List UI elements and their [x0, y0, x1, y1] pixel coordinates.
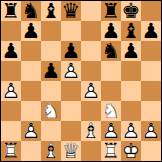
square-g4[interactable] [121, 81, 141, 101]
black-knight-piece: ♞ [21, 1, 41, 21]
square-h1[interactable] [141, 141, 161, 161]
white-pawn-outline: ♙ [1, 81, 21, 101]
square-a8[interactable]: ♜ [1, 1, 21, 21]
white-rook-piece: ♜ [1, 141, 21, 161]
square-g6[interactable]: ♟ [121, 41, 141, 61]
square-b2[interactable]: ♟♙ [21, 121, 41, 141]
black-knight-piece: ♞ [101, 41, 121, 61]
square-g3[interactable] [121, 101, 141, 121]
square-c1[interactable]: ♝♗ [41, 141, 61, 161]
white-pawn-outline: ♙ [101, 121, 121, 141]
square-e1[interactable] [81, 141, 101, 161]
square-h5[interactable] [141, 61, 161, 81]
square-e2[interactable]: ♝♗ [81, 121, 101, 141]
black-bishop-piece: ♝ [121, 21, 141, 41]
square-d6[interactable]: ♟ [61, 41, 81, 61]
square-b1[interactable] [21, 141, 41, 161]
square-f6[interactable]: ♞ [101, 41, 121, 61]
square-b7[interactable]: ♟ [21, 21, 41, 41]
square-h6[interactable] [141, 41, 161, 61]
square-c2[interactable] [41, 121, 61, 141]
white-pawn-outline: ♙ [141, 121, 161, 141]
square-d5[interactable]: ♟♙ [61, 61, 81, 81]
square-d2[interactable] [61, 121, 81, 141]
square-f3[interactable]: ♞♘ [101, 101, 121, 121]
black-rook-piece: ♜ [1, 1, 21, 21]
square-h4[interactable] [141, 81, 161, 101]
square-a1[interactable]: ♜♖ [1, 141, 21, 161]
square-d7[interactable] [61, 21, 81, 41]
square-d8[interactable]: ♛ [61, 1, 81, 21]
chess-board: ♜♞♝♛♜♚♟♟♝♟♟♟♞♟♟♟♙♟♙♟♙♞♘♞♘♟♙♝♗♟♙♟♙♟♙♜♖♝♗♛… [0, 0, 162, 162]
square-d3[interactable] [61, 101, 81, 121]
square-b5[interactable] [21, 61, 41, 81]
square-h3[interactable] [141, 101, 161, 121]
square-g1[interactable]: ♚♔ [121, 141, 141, 161]
square-f4[interactable] [101, 81, 121, 101]
white-pawn-outline: ♙ [61, 61, 81, 81]
square-g8[interactable]: ♚ [121, 1, 141, 21]
square-e7[interactable] [81, 21, 101, 41]
square-b4[interactable] [21, 81, 41, 101]
black-rook-piece: ♜ [101, 1, 121, 21]
white-knight-outline: ♘ [101, 101, 121, 121]
black-pawn-piece: ♟ [1, 41, 21, 61]
white-pawn-piece: ♟ [121, 121, 141, 141]
square-a6[interactable]: ♟ [1, 41, 21, 61]
square-a5[interactable] [1, 61, 21, 81]
square-a3[interactable] [1, 101, 21, 121]
square-b8[interactable]: ♞ [21, 1, 41, 21]
white-knight-piece: ♞ [41, 101, 61, 121]
square-c5[interactable]: ♟ [41, 61, 61, 81]
white-rook-piece: ♜ [101, 141, 121, 161]
black-pawn-piece: ♟ [141, 21, 161, 41]
square-e4[interactable]: ♟♙ [81, 81, 101, 101]
square-e8[interactable] [81, 1, 101, 21]
white-bishop-piece: ♝ [81, 121, 101, 141]
square-f1[interactable]: ♜♖ [101, 141, 121, 161]
square-c8[interactable]: ♝ [41, 1, 61, 21]
white-pawn-piece: ♟ [21, 121, 41, 141]
square-h7[interactable]: ♟ [141, 21, 161, 41]
square-f7[interactable]: ♟ [101, 21, 121, 41]
black-pawn-piece: ♟ [41, 61, 61, 81]
square-c3[interactable]: ♞♘ [41, 101, 61, 121]
square-h2[interactable]: ♟♙ [141, 121, 161, 141]
white-rook-outline: ♖ [101, 141, 121, 161]
white-queen-outline: ♕ [61, 141, 81, 161]
white-rook-outline: ♖ [1, 141, 21, 161]
square-h8[interactable] [141, 1, 161, 21]
square-d1[interactable]: ♛♕ [61, 141, 81, 161]
white-pawn-outline: ♙ [121, 121, 141, 141]
square-g7[interactable]: ♝ [121, 21, 141, 41]
black-king-piece: ♚ [121, 1, 141, 21]
square-f8[interactable]: ♜ [101, 1, 121, 21]
black-pawn-piece: ♟ [101, 21, 121, 41]
white-pawn-piece: ♟ [61, 61, 81, 81]
white-bishop-outline: ♗ [41, 141, 61, 161]
square-c7[interactable] [41, 21, 61, 41]
white-king-piece: ♚ [121, 141, 141, 161]
white-knight-outline: ♘ [41, 101, 61, 121]
square-b6[interactable] [21, 41, 41, 61]
black-bishop-piece: ♝ [41, 1, 61, 21]
white-pawn-outline: ♙ [21, 121, 41, 141]
square-a7[interactable] [1, 21, 21, 41]
white-pawn-outline: ♙ [81, 81, 101, 101]
white-bishop-outline: ♗ [81, 121, 101, 141]
black-pawn-piece: ♟ [61, 41, 81, 61]
white-pawn-piece: ♟ [141, 121, 161, 141]
square-a2[interactable] [1, 121, 21, 141]
square-e5[interactable] [81, 61, 101, 81]
square-d4[interactable] [61, 81, 81, 101]
white-knight-piece: ♞ [101, 101, 121, 121]
white-pawn-piece: ♟ [101, 121, 121, 141]
black-queen-piece: ♛ [61, 1, 81, 21]
square-f5[interactable] [101, 61, 121, 81]
square-c6[interactable] [41, 41, 61, 61]
square-g5[interactable] [121, 61, 141, 81]
square-b3[interactable] [21, 101, 41, 121]
white-pawn-piece: ♟ [81, 81, 101, 101]
square-e6[interactable] [81, 41, 101, 61]
square-e3[interactable] [81, 101, 101, 121]
white-pawn-piece: ♟ [1, 81, 21, 101]
white-queen-piece: ♛ [61, 141, 81, 161]
square-f2[interactable]: ♟♙ [101, 121, 121, 141]
black-pawn-piece: ♟ [121, 41, 141, 61]
square-g2[interactable]: ♟♙ [121, 121, 141, 141]
white-king-outline: ♔ [121, 141, 141, 161]
white-bishop-piece: ♝ [41, 141, 61, 161]
square-c4[interactable] [41, 81, 61, 101]
black-pawn-piece: ♟ [21, 21, 41, 41]
square-a4[interactable]: ♟♙ [1, 81, 21, 101]
